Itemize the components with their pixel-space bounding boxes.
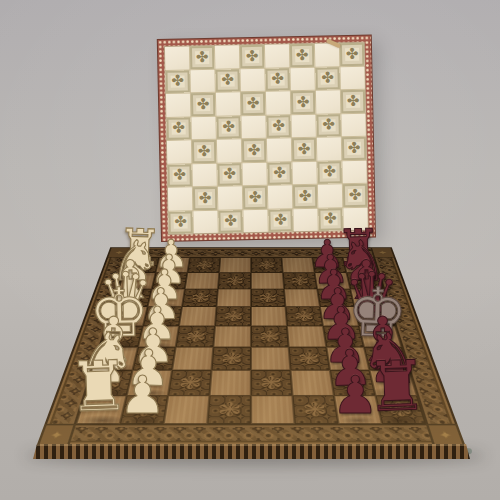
wood-carving-icon: ❃ — [259, 374, 283, 392]
tile-plain — [216, 92, 240, 115]
tile-patterned: ✤ — [190, 46, 214, 69]
wood-square-plain — [148, 289, 185, 307]
tile-patterned: ✤ — [267, 162, 291, 185]
wood-square-carved: ❃ — [346, 273, 383, 289]
wood-carving-icon: ❃ — [290, 275, 310, 286]
tile-plain — [266, 91, 290, 114]
wood-square-carved: ❃ — [100, 326, 143, 347]
wood-square-carved: ❃ — [218, 273, 251, 289]
wood-square-plain — [119, 273, 156, 289]
tile-motif-icon: ✤ — [347, 94, 360, 109]
wood-carving-icon: ❃ — [385, 400, 415, 420]
tile-patterned: ✤ — [217, 163, 241, 186]
wood-square-carved: ❃ — [133, 347, 176, 370]
tile-motif-icon: ✤ — [247, 96, 260, 111]
tile-plain — [190, 69, 214, 92]
tile-plain — [265, 44, 289, 67]
wood-square-carved: ❃ — [207, 396, 251, 424]
wood-square-plain — [334, 396, 382, 424]
tile-patterned: ✤ — [167, 164, 191, 187]
tile-motif-icon: ✤ — [171, 74, 184, 89]
tile-patterned: ✤ — [316, 114, 340, 137]
tile-motif-icon: ✤ — [197, 97, 210, 112]
carved-chessboard-front-edge — [0, 444, 500, 459]
wood-carving-icon: ❃ — [194, 260, 213, 270]
wood-carving-icon: ❃ — [223, 310, 244, 323]
wood-square-carved: ❃ — [375, 396, 425, 424]
wood-square-carved: ❃ — [283, 273, 317, 289]
tile-patterned: ✤ — [293, 185, 317, 208]
tile-motif-icon: ✤ — [296, 48, 309, 63]
carved-chessboard-grid: ❃❃❃❃❃❃❃❃❃❃❃❃❃❃❃❃❃❃❃❃❃❃❃❃❃❃❃❃❃❃❃❃ — [76, 258, 426, 424]
tile-plain — [290, 67, 314, 90]
wood-carving-icon: ❃ — [339, 374, 366, 392]
tile-patterned: ✤ — [266, 115, 290, 138]
wood-square-carved: ❃ — [354, 307, 395, 326]
wood-square-carved: ❃ — [152, 273, 188, 289]
tile-plain — [165, 46, 189, 69]
tile-patterned: ✤ — [292, 138, 316, 161]
tile-plain — [242, 162, 266, 185]
wood-square-plain — [210, 370, 251, 395]
wood-carving-icon: ❃ — [354, 275, 376, 286]
wood-carving-icon: ❃ — [257, 260, 276, 270]
tile-motif-icon: ✤ — [323, 165, 336, 180]
wood-carving-icon: ❃ — [319, 260, 339, 270]
wood-square-carved: ❃ — [317, 289, 354, 307]
wood-square-plain — [76, 396, 126, 424]
tile-patterned: ✤ — [192, 140, 216, 163]
tile-patterned: ✤ — [265, 68, 289, 91]
wood-square-plain — [107, 307, 148, 326]
carved-corner-block: ✦ — [106, 247, 131, 257]
tile-patterned: ✤ — [193, 187, 217, 210]
wood-square-carved: ❃ — [120, 396, 168, 424]
wood-carving-icon: ❃ — [259, 329, 281, 344]
tile-motif-icon: ✤ — [274, 213, 287, 228]
tile-patterned: ✤ — [318, 208, 342, 231]
wood-square-carved: ❃ — [124, 258, 159, 273]
tile-motif-icon: ✤ — [322, 118, 335, 133]
tile-motif-icon: ✤ — [349, 188, 362, 203]
wood-carving-icon: ❃ — [142, 350, 168, 366]
tile-motif-icon: ✤ — [298, 142, 311, 157]
wood-square-carved: ❃ — [85, 370, 132, 395]
tile-plain — [316, 90, 340, 113]
tile-motif-icon: ✤ — [297, 95, 310, 110]
wood-square-plain — [251, 347, 290, 370]
tile-plain — [317, 137, 341, 160]
tile-patterned: ✤ — [240, 45, 264, 68]
tile-chessboard-grid: ✤✤✤✤✤✤✤✤✤✤✤✤✤✤✤✤✤✤✤✤✤✤✤✤✤✤✤✤✤✤✤✤ — [165, 43, 368, 234]
wood-carving-icon: ❃ — [293, 310, 315, 323]
tile-patterned: ✤ — [291, 91, 315, 114]
carved-corner-block: ✦ — [36, 424, 76, 446]
tile-motif-icon: ✤ — [221, 73, 234, 88]
tile-patterned: ✤ — [268, 209, 292, 232]
wood-square-carved: ❃ — [113, 289, 152, 307]
wood-carving-icon: ❃ — [331, 329, 355, 344]
wood-square-carved: ❃ — [285, 307, 323, 326]
wood-square-plain — [219, 258, 251, 273]
tile-plain — [192, 163, 216, 186]
wood-square-carved: ❃ — [168, 370, 211, 395]
auction-photo: ✤✤✤✤✤✤✤✤✤✤✤✤✤✤✤✤✤✤✤✤✤✤✤✤✤✤✤✤✤✤✤✤ ✦ ✦ ✦ ✦… — [0, 0, 500, 500]
tile-plain — [267, 138, 291, 161]
tile-plain — [240, 68, 264, 91]
wood-square-plain — [350, 289, 389, 307]
wood-carving-icon: ❃ — [217, 400, 243, 420]
tile-motif-icon: ✤ — [222, 120, 235, 135]
tile-motif-icon: ✤ — [299, 189, 312, 204]
wood-square-plain — [315, 273, 351, 289]
wood-square-plain — [156, 258, 190, 273]
tile-motif-icon: ✤ — [272, 119, 285, 134]
tile-plain — [340, 66, 364, 89]
wood-square-carved: ❃ — [251, 258, 283, 273]
wood-carving-icon: ❃ — [362, 310, 386, 323]
wood-carving-icon: ❃ — [190, 292, 211, 304]
tile-plain — [268, 185, 292, 208]
tile-motif-icon: ✤ — [172, 121, 185, 136]
wood-square-plain — [326, 347, 369, 370]
wood-carving-icon: ❃ — [220, 350, 243, 366]
wood-carving-icon: ❃ — [225, 275, 244, 286]
wood-square-plain — [213, 326, 251, 347]
wood-carving-icon: ❃ — [109, 329, 134, 344]
tile-motif-icon: ✤ — [249, 190, 262, 205]
tile-motif-icon: ✤ — [271, 72, 284, 87]
wood-square-carved: ❃ — [251, 370, 292, 395]
tile-plain — [167, 140, 191, 163]
wood-carving-icon: ❃ — [151, 310, 174, 323]
tile-plain — [293, 208, 317, 231]
wood-square-carved: ❃ — [182, 289, 218, 307]
wood-square-plain — [284, 289, 320, 307]
tile-plain — [291, 114, 315, 137]
wood-square-carved: ❃ — [251, 326, 289, 347]
tile-patterned: ✤ — [342, 137, 366, 160]
wood-carving-icon: ❃ — [177, 374, 203, 392]
tile-motif-icon: ✤ — [196, 50, 209, 65]
tile-patterned: ✤ — [216, 116, 240, 139]
tile-plain — [241, 115, 265, 138]
wood-square-carved: ❃ — [212, 347, 251, 370]
tile-motif-icon: ✤ — [224, 214, 237, 229]
tile-patterned: ✤ — [290, 44, 314, 67]
tile-patterned: ✤ — [315, 67, 339, 90]
tile-motif-icon: ✤ — [348, 141, 361, 156]
wood-carving-icon: ❃ — [258, 292, 278, 304]
wood-square-carved: ❃ — [292, 396, 338, 424]
tile-patterned: ✤ — [317, 161, 341, 184]
tile-patterned: ✤ — [165, 70, 189, 93]
wood-carving-icon: ❃ — [325, 292, 347, 304]
tile-plain — [292, 161, 316, 184]
wood-carving-icon: ❃ — [297, 350, 321, 366]
wood-square-carved: ❃ — [312, 258, 346, 273]
wood-square-carved: ❃ — [176, 326, 215, 347]
wood-square-carved: ❃ — [330, 370, 375, 395]
tile-patterned: ✤ — [191, 93, 215, 116]
tile-plain — [341, 113, 365, 136]
tile-plain — [166, 93, 190, 116]
tile-plain — [215, 45, 239, 68]
wood-square-plain — [251, 273, 284, 289]
tile-motif-icon: ✤ — [248, 143, 261, 158]
tile-patterned: ✤ — [168, 211, 192, 234]
wood-carving-icon: ❃ — [130, 400, 159, 420]
wood-square-plain — [359, 326, 402, 347]
tile-plain — [343, 207, 367, 230]
wood-square-plain — [369, 370, 416, 395]
tile-motif-icon: ✤ — [273, 166, 286, 181]
wood-square-plain — [185, 273, 219, 289]
wood-square-plain — [138, 326, 179, 347]
wood-square-carved: ❃ — [215, 307, 251, 326]
tile-patterned: ✤ — [243, 186, 267, 209]
tile-plain — [193, 210, 217, 233]
wood-carving-icon: ❃ — [373, 350, 400, 366]
wood-square-plain — [287, 326, 326, 347]
tile-plain — [168, 187, 192, 210]
wood-carving-icon: ❃ — [121, 292, 144, 304]
carved-corner-block: ✦ — [370, 247, 395, 257]
wood-square-carved: ❃ — [289, 347, 330, 370]
wood-carving-icon: ❃ — [159, 275, 180, 286]
tile-plain — [217, 139, 241, 162]
wood-square-plain — [251, 307, 287, 326]
tile-motif-icon: ✤ — [174, 215, 187, 230]
tile-patterned: ✤ — [166, 117, 190, 140]
tile-plain — [243, 209, 267, 232]
tile-motif-icon: ✤ — [246, 49, 259, 64]
wood-square-plain — [320, 307, 359, 326]
tile-patterned: ✤ — [218, 210, 242, 233]
tile-patterned: ✤ — [340, 43, 364, 66]
wood-square-plain — [217, 289, 251, 307]
wood-square-carved: ❃ — [251, 289, 285, 307]
wood-carving-icon: ❃ — [184, 329, 207, 344]
tile-plain — [342, 160, 366, 183]
wood-square-plain — [290, 370, 333, 395]
tile-patterned: ✤ — [215, 69, 239, 92]
tile-patterned: ✤ — [242, 139, 266, 162]
wood-square-plain — [127, 370, 172, 395]
tile-plain — [218, 186, 242, 209]
tile-motif-icon: ✤ — [173, 168, 186, 183]
wood-square-plain — [282, 258, 315, 273]
wood-square-carved: ❃ — [143, 307, 182, 326]
tile-motif-icon: ✤ — [324, 212, 337, 227]
tile-motif-icon: ✤ — [198, 144, 211, 159]
carved-chessboard: ✦ ✦ ✦ ✦ ❃❃❃❃❃❃❃❃❃❃❃❃❃❃❃❃❃❃❃❃❃❃❃❃❃❃❃❃❃❃❃❃ — [36, 247, 465, 446]
wood-square-plain — [164, 396, 210, 424]
wood-carving-icon: ❃ — [131, 260, 152, 270]
tile-patterned: ✤ — [341, 90, 365, 113]
wood-carving-icon: ❃ — [302, 400, 329, 420]
wood-square-carved: ❃ — [364, 347, 409, 370]
tile-chessboard: ✤✤✤✤✤✤✤✤✤✤✤✤✤✤✤✤✤✤✤✤✤✤✤✤✤✤✤✤✤✤✤✤ — [158, 36, 375, 241]
tile-plain — [318, 184, 342, 207]
wood-square-carved: ❃ — [187, 258, 220, 273]
wood-square-plain — [343, 258, 378, 273]
tile-patterned: ✤ — [343, 184, 367, 207]
tile-motif-icon: ✤ — [199, 191, 212, 206]
wood-square-plain — [179, 307, 217, 326]
tile-plain — [191, 116, 215, 139]
wood-square-plain — [93, 347, 138, 370]
tile-motif-icon: ✤ — [223, 167, 236, 182]
wood-square-carved: ❃ — [323, 326, 364, 347]
tile-patterned: ✤ — [241, 92, 265, 115]
tile-motif-icon: ✤ — [346, 47, 359, 62]
wood-square-plain — [251, 396, 295, 424]
wood-square-plain — [172, 347, 213, 370]
tile-motif-icon: ✤ — [321, 71, 334, 86]
wood-carving-icon: ❃ — [95, 374, 123, 392]
